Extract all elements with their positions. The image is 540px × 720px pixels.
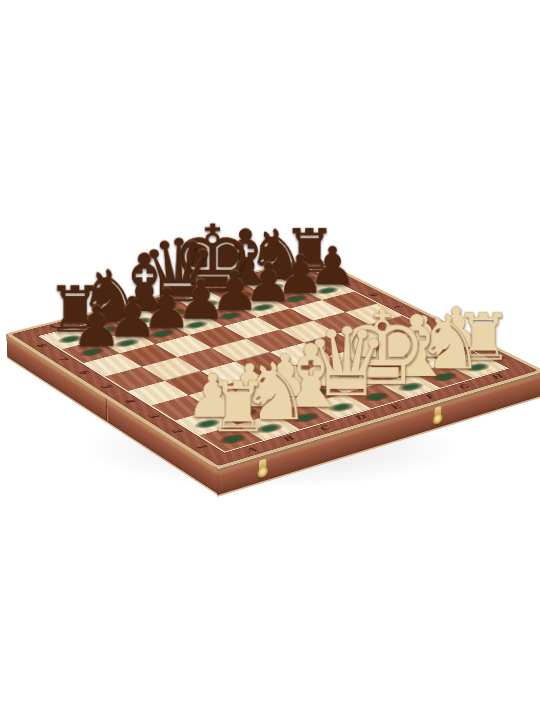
coord-file-b-front: B (276, 434, 302, 445)
chess-set-photo: ♜♞♝♛♚♝♞♜♟♟♟♟♟♟♟♟♟♟♟♟♟♟♟♟♜♞♝♛♚♝♞♜ AA88BB7… (0, 0, 540, 720)
fold-seam-side (106, 397, 108, 422)
coord-file-h-front: H (485, 372, 510, 382)
coord-file-c-front: C (312, 423, 338, 434)
piece-black-pawn: ♟ (71, 299, 121, 355)
board-top: ♜♞♝♛♚♝♞♜♟♟♟♟♟♟♟♟♟♟♟♟♟♟♟♟♜♞♝♛♚♝♞♜ AA88BB7… (4, 256, 540, 469)
coord-file-g-front: G (452, 382, 477, 392)
piece-white-rook: ♜ (207, 373, 269, 442)
brass-clasp (433, 405, 443, 425)
chess-board: ♜♞♝♛♚♝♞♜♟♟♟♟♟♟♟♟♟♟♟♟♟♟♟♟♜♞♝♛♚♝♞♜ AA88BB7… (4, 256, 540, 469)
brass-clasp (257, 458, 268, 479)
coord-file-d-front: D (348, 413, 374, 423)
coord-file-a-front: A (238, 445, 264, 456)
